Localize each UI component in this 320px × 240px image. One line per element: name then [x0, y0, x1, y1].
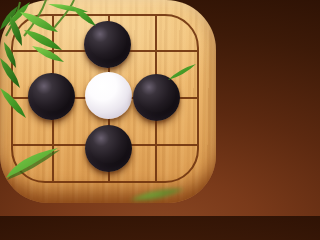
stone-white-center[interactable]: [85, 72, 132, 119]
stone-black-left[interactable]: [28, 73, 75, 120]
stones-layer: [0, 0, 216, 216]
stone-black-right[interactable]: [133, 74, 180, 121]
stone-black-top[interactable]: [84, 21, 131, 68]
stone-black-bottom[interactable]: [85, 125, 132, 172]
app-icon[interactable]: [0, 0, 216, 216]
